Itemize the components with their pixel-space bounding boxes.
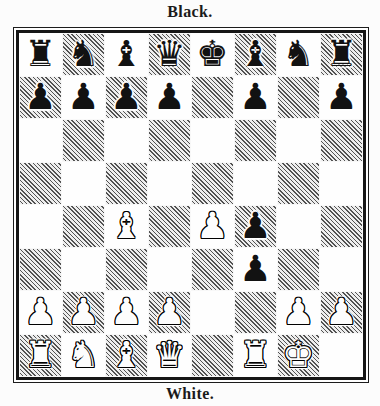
square-d3[interactable] [148, 248, 191, 291]
square-g2[interactable]: ♟ [277, 291, 320, 334]
square-a4[interactable] [19, 205, 62, 248]
square-h1[interactable] [320, 334, 363, 377]
square-b2[interactable]: ♟ [62, 291, 105, 334]
square-c2[interactable]: ♟ [105, 291, 148, 334]
square-b8[interactable]: ♞ [62, 33, 105, 76]
square-h5[interactable] [320, 162, 363, 205]
square-a2[interactable]: ♟ [19, 291, 62, 334]
piece-black-pawn: ♟ [239, 251, 271, 287]
square-a1[interactable]: ♜ [19, 334, 62, 377]
piece-black-knight: ♞ [282, 36, 314, 72]
square-c3[interactable] [105, 248, 148, 291]
square-b3[interactable] [62, 248, 105, 291]
square-f8[interactable]: ♝ [234, 33, 277, 76]
square-f2[interactable] [234, 291, 277, 334]
square-g8[interactable]: ♞ [277, 33, 320, 76]
square-f3[interactable]: ♟ [234, 248, 277, 291]
square-f6[interactable] [234, 119, 277, 162]
square-e2[interactable] [191, 291, 234, 334]
square-g4[interactable] [277, 205, 320, 248]
piece-white-pawn: ♟ [24, 294, 56, 330]
piece-white-knight: ♞ [67, 337, 99, 373]
white-side-label: White. [0, 385, 380, 403]
square-e3[interactable] [191, 248, 234, 291]
chess-board: ♜♞♝♛♚♝♞♜♟♟♟♟♟♟♝♟♟♟♟♟♟♟♟♟♜♞♝♛♜♚ [19, 33, 363, 377]
piece-white-pawn: ♟ [67, 294, 99, 330]
piece-white-pawn: ♟ [110, 294, 142, 330]
square-g1[interactable]: ♚ [277, 334, 320, 377]
piece-white-bishop: ♝ [110, 208, 142, 244]
square-g6[interactable] [277, 119, 320, 162]
piece-white-rook: ♜ [24, 337, 56, 373]
piece-black-bishop: ♝ [110, 36, 142, 72]
square-e5[interactable] [191, 162, 234, 205]
piece-black-bishop: ♝ [239, 36, 271, 72]
piece-black-pawn: ♟ [110, 79, 142, 115]
board-frame: ♜♞♝♛♚♝♞♜♟♟♟♟♟♟♝♟♟♟♟♟♟♟♟♟♜♞♝♛♜♚ [13, 27, 369, 383]
square-c4[interactable]: ♝ [105, 205, 148, 248]
piece-white-rook: ♜ [239, 337, 271, 373]
square-b5[interactable] [62, 162, 105, 205]
square-h6[interactable] [320, 119, 363, 162]
square-h8[interactable]: ♜ [320, 33, 363, 76]
piece-black-rook: ♜ [325, 36, 357, 72]
piece-black-knight: ♞ [67, 36, 99, 72]
piece-black-pawn: ♟ [325, 79, 357, 115]
piece-white-pawn: ♟ [196, 208, 228, 244]
square-b4[interactable] [62, 205, 105, 248]
black-side-label: Black. [0, 3, 380, 21]
square-c6[interactable] [105, 119, 148, 162]
square-d4[interactable] [148, 205, 191, 248]
square-d2[interactable]: ♟ [148, 291, 191, 334]
square-h7[interactable]: ♟ [320, 76, 363, 119]
square-c8[interactable]: ♝ [105, 33, 148, 76]
square-g3[interactable] [277, 248, 320, 291]
square-f4[interactable]: ♟ [234, 205, 277, 248]
piece-black-rook: ♜ [24, 36, 56, 72]
square-a7[interactable]: ♟ [19, 76, 62, 119]
square-f5[interactable] [234, 162, 277, 205]
piece-white-bishop: ♝ [110, 337, 142, 373]
square-h3[interactable] [320, 248, 363, 291]
square-e6[interactable] [191, 119, 234, 162]
piece-black-queen: ♛ [153, 36, 185, 72]
square-c1[interactable]: ♝ [105, 334, 148, 377]
piece-black-pawn: ♟ [67, 79, 99, 115]
square-d7[interactable]: ♟ [148, 76, 191, 119]
piece-white-pawn: ♟ [153, 294, 185, 330]
square-h4[interactable] [320, 205, 363, 248]
square-c5[interactable] [105, 162, 148, 205]
square-a8[interactable]: ♜ [19, 33, 62, 76]
piece-white-king: ♚ [282, 337, 314, 373]
piece-white-pawn: ♟ [282, 294, 314, 330]
piece-white-pawn: ♟ [325, 294, 357, 330]
square-b7[interactable]: ♟ [62, 76, 105, 119]
piece-black-king: ♚ [196, 36, 228, 72]
piece-black-pawn: ♟ [153, 79, 185, 115]
piece-black-pawn: ♟ [239, 208, 271, 244]
square-d5[interactable] [148, 162, 191, 205]
piece-black-pawn: ♟ [239, 79, 271, 115]
square-g7[interactable] [277, 76, 320, 119]
square-e4[interactable]: ♟ [191, 205, 234, 248]
square-e8[interactable]: ♚ [191, 33, 234, 76]
square-b6[interactable] [62, 119, 105, 162]
square-e1[interactable] [191, 334, 234, 377]
square-e7[interactable] [191, 76, 234, 119]
square-d8[interactable]: ♛ [148, 33, 191, 76]
square-a6[interactable] [19, 119, 62, 162]
board-inner-border: ♜♞♝♛♚♝♞♜♟♟♟♟♟♟♝♟♟♟♟♟♟♟♟♟♜♞♝♛♜♚ [16, 30, 366, 380]
piece-black-pawn: ♟ [24, 79, 56, 115]
square-g5[interactable] [277, 162, 320, 205]
square-a3[interactable] [19, 248, 62, 291]
square-c7[interactable]: ♟ [105, 76, 148, 119]
square-f7[interactable]: ♟ [234, 76, 277, 119]
piece-white-queen: ♛ [153, 337, 185, 373]
square-d1[interactable]: ♛ [148, 334, 191, 377]
square-h2[interactable]: ♟ [320, 291, 363, 334]
square-f1[interactable]: ♜ [234, 334, 277, 377]
square-b1[interactable]: ♞ [62, 334, 105, 377]
square-d6[interactable] [148, 119, 191, 162]
square-a5[interactable] [19, 162, 62, 205]
